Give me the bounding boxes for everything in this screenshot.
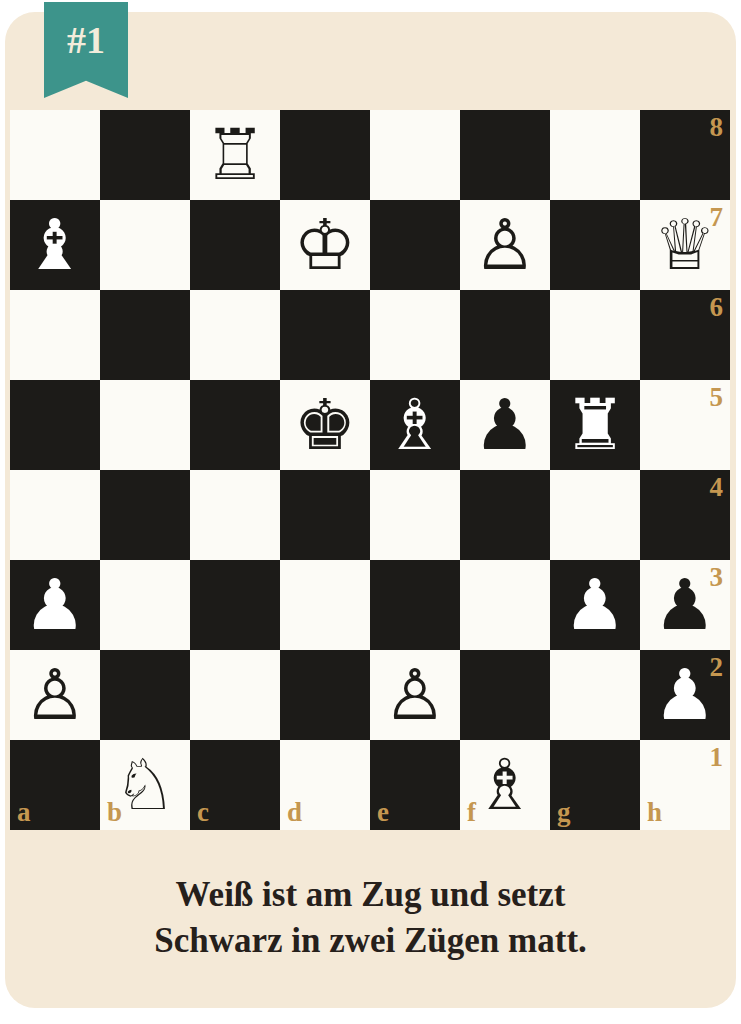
puzzle-number-label: #1 bbox=[67, 18, 105, 62]
square-g7[interactable] bbox=[550, 200, 640, 290]
white-king[interactable]: ♔ bbox=[280, 200, 370, 290]
square-c7[interactable] bbox=[190, 200, 280, 290]
square-d6[interactable] bbox=[280, 290, 370, 380]
square-h2[interactable]: ♟2 bbox=[640, 650, 730, 740]
black-bishop[interactable]: ♗ bbox=[370, 380, 460, 470]
square-c3[interactable] bbox=[190, 560, 280, 650]
caption-line-2: Schwarz in zwei Zügen matt. bbox=[0, 918, 741, 964]
file-label-a: a bbox=[17, 797, 31, 828]
square-a1[interactable]: a bbox=[10, 740, 100, 830]
square-b7[interactable] bbox=[100, 200, 190, 290]
square-b8[interactable] bbox=[100, 110, 190, 200]
file-label-e: e bbox=[377, 797, 389, 828]
file-label-d: d bbox=[287, 797, 302, 828]
white-pawn[interactable]: ♙ bbox=[460, 200, 550, 290]
square-d5[interactable]: ♚ bbox=[280, 380, 370, 470]
square-a2[interactable]: ♙ bbox=[10, 650, 100, 740]
black-king[interactable]: ♚ bbox=[280, 380, 370, 470]
puzzle-card-page: #1 ♖8♝♔♙♕76♚♗♟♜54♟♟♟3♙♙♟2a♘bcde♗fgh1 Wei… bbox=[0, 0, 741, 1024]
rank-label-8: 8 bbox=[710, 112, 724, 143]
square-e2[interactable]: ♙ bbox=[370, 650, 460, 740]
file-label-c: c bbox=[197, 797, 209, 828]
square-d2[interactable] bbox=[280, 650, 370, 740]
square-e7[interactable] bbox=[370, 200, 460, 290]
square-d1[interactable]: d bbox=[280, 740, 370, 830]
square-a4[interactable] bbox=[10, 470, 100, 560]
square-h1[interactable]: h1 bbox=[640, 740, 730, 830]
square-f4[interactable] bbox=[460, 470, 550, 560]
square-d8[interactable] bbox=[280, 110, 370, 200]
square-h5[interactable]: 5 bbox=[640, 380, 730, 470]
square-e6[interactable] bbox=[370, 290, 460, 380]
rank-label-1: 1 bbox=[710, 742, 724, 773]
black-pawn[interactable]: ♟ bbox=[460, 380, 550, 470]
square-f5[interactable]: ♟ bbox=[460, 380, 550, 470]
file-label-b: b bbox=[107, 797, 122, 828]
rank-label-7: 7 bbox=[710, 202, 724, 233]
square-h8[interactable]: 8 bbox=[640, 110, 730, 200]
square-h7[interactable]: ♕7 bbox=[640, 200, 730, 290]
square-h6[interactable]: 6 bbox=[640, 290, 730, 380]
square-c6[interactable] bbox=[190, 290, 280, 380]
square-e3[interactable] bbox=[370, 560, 460, 650]
square-b1[interactable]: ♘b bbox=[100, 740, 190, 830]
square-h3[interactable]: ♟3 bbox=[640, 560, 730, 650]
square-e4[interactable] bbox=[370, 470, 460, 560]
square-b4[interactable] bbox=[100, 470, 190, 560]
white-rook[interactable]: ♜ bbox=[550, 380, 640, 470]
square-e8[interactable] bbox=[370, 110, 460, 200]
square-b5[interactable] bbox=[100, 380, 190, 470]
white-rook[interactable]: ♖ bbox=[190, 110, 280, 200]
rank-label-5: 5 bbox=[710, 382, 724, 413]
square-h4[interactable]: 4 bbox=[640, 470, 730, 560]
square-f8[interactable] bbox=[460, 110, 550, 200]
square-g1[interactable]: g bbox=[550, 740, 640, 830]
square-a3[interactable]: ♟ bbox=[10, 560, 100, 650]
square-f7[interactable]: ♙ bbox=[460, 200, 550, 290]
square-g4[interactable] bbox=[550, 470, 640, 560]
square-d7[interactable]: ♔ bbox=[280, 200, 370, 290]
square-a6[interactable] bbox=[10, 290, 100, 380]
square-a8[interactable] bbox=[10, 110, 100, 200]
caption-line-1: Weiß ist am Zug und setzt bbox=[0, 872, 741, 918]
square-c1[interactable]: c bbox=[190, 740, 280, 830]
white-pawn[interactable]: ♟ bbox=[10, 560, 100, 650]
square-e1[interactable]: e bbox=[370, 740, 460, 830]
white-pawn[interactable]: ♙ bbox=[10, 650, 100, 740]
square-g5[interactable]: ♜ bbox=[550, 380, 640, 470]
square-g8[interactable] bbox=[550, 110, 640, 200]
file-label-f: f bbox=[467, 797, 476, 828]
square-f1[interactable]: ♗f bbox=[460, 740, 550, 830]
square-b3[interactable] bbox=[100, 560, 190, 650]
square-g6[interactable] bbox=[550, 290, 640, 380]
square-c8[interactable]: ♖ bbox=[190, 110, 280, 200]
square-c4[interactable] bbox=[190, 470, 280, 560]
square-d3[interactable] bbox=[280, 560, 370, 650]
square-b6[interactable] bbox=[100, 290, 190, 380]
square-g3[interactable]: ♟ bbox=[550, 560, 640, 650]
white-pawn[interactable]: ♟ bbox=[550, 560, 640, 650]
white-bishop[interactable]: ♝ bbox=[10, 200, 100, 290]
square-f2[interactable] bbox=[460, 650, 550, 740]
rank-label-2: 2 bbox=[710, 652, 724, 683]
white-pawn[interactable]: ♙ bbox=[370, 650, 460, 740]
square-c2[interactable] bbox=[190, 650, 280, 740]
square-a5[interactable] bbox=[10, 380, 100, 470]
chess-board: ♖8♝♔♙♕76♚♗♟♜54♟♟♟3♙♙♟2a♘bcde♗fgh1 bbox=[10, 110, 730, 830]
puzzle-caption: Weiß ist am Zug und setzt Schwarz in zwe… bbox=[0, 872, 741, 964]
rank-label-4: 4 bbox=[710, 472, 724, 503]
square-g2[interactable] bbox=[550, 650, 640, 740]
square-a7[interactable]: ♝ bbox=[10, 200, 100, 290]
square-e5[interactable]: ♗ bbox=[370, 380, 460, 470]
square-c5[interactable] bbox=[190, 380, 280, 470]
rank-label-6: 6 bbox=[710, 292, 724, 323]
file-label-h: h bbox=[647, 797, 662, 828]
file-label-g: g bbox=[557, 797, 571, 828]
square-f6[interactable] bbox=[460, 290, 550, 380]
square-b2[interactable] bbox=[100, 650, 190, 740]
rank-label-3: 3 bbox=[710, 562, 724, 593]
square-f3[interactable] bbox=[460, 560, 550, 650]
square-d4[interactable] bbox=[280, 470, 370, 560]
